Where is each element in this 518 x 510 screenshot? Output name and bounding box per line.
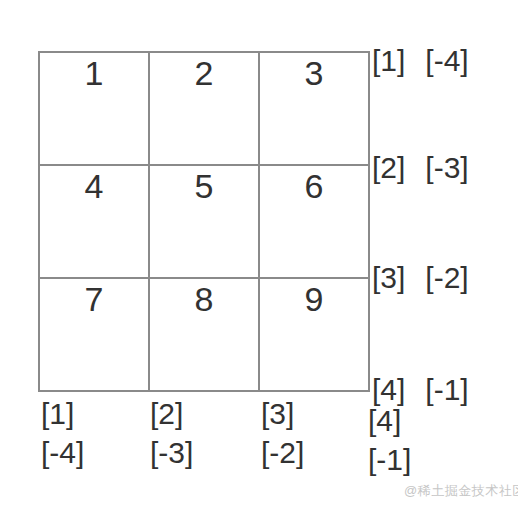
- col-line-1-positive-label: [1]: [41, 394, 84, 433]
- col-line-2-positive-label: [2]: [150, 394, 193, 433]
- col-line-3-positive-label: [3]: [261, 394, 304, 433]
- grid-cell-r1c2[interactable]: 2: [150, 53, 258, 164]
- grid-board: 1 2 3 4 5 6 7 8 9: [38, 51, 370, 392]
- col-line-label-2: [2] [-3]: [150, 394, 193, 472]
- row-line-2-positive-label: [2]: [372, 152, 405, 184]
- row-line-2-negative-label: [-3]: [425, 152, 468, 184]
- grid-cell-r2c3[interactable]: 6: [260, 166, 368, 277]
- col-line-2-negative-label: [-3]: [150, 433, 193, 472]
- grid-cell-r1c3[interactable]: 3: [260, 53, 368, 164]
- col-line-3-negative-label: [-2]: [261, 433, 304, 472]
- col-line-1-negative-label: [-4]: [41, 433, 84, 472]
- grid-cell-r3c2[interactable]: 8: [150, 279, 258, 390]
- row-line-label-3: [3] [-2]: [372, 262, 469, 294]
- grid-cell-r3c3[interactable]: 9: [260, 279, 368, 390]
- col-line-label-3: [3] [-2]: [261, 394, 304, 472]
- row-line-4-negative-label: [-1]: [425, 374, 468, 406]
- col-line-4-negative-label: [-1]: [368, 440, 411, 479]
- row-line-3-negative-label: [-2]: [425, 262, 468, 294]
- grid-cell-r2c1[interactable]: 4: [40, 166, 148, 277]
- row-line-1-positive-label: [1]: [372, 45, 405, 77]
- col-line-4-positive-label: [4]: [368, 401, 411, 440]
- grid-cell-r2c2[interactable]: 5: [150, 166, 258, 277]
- row-line-1-negative-label: [-4]: [425, 45, 468, 77]
- col-line-label-4: [4] [-1]: [368, 401, 411, 479]
- grid-cell-r1c1[interactable]: 1: [40, 53, 148, 164]
- row-line-label-2: [2] [-3]: [372, 152, 469, 184]
- col-line-label-1: [1] [-4]: [41, 394, 84, 472]
- watermark: @稀土掘金技术社区: [404, 482, 518, 500]
- grid-diagram: 1 2 3 4 5 6 7 8 9 [1] [-4] [2] [-3] [3] …: [0, 0, 518, 510]
- grid-cell-r3c1[interactable]: 7: [40, 279, 148, 390]
- row-line-label-1: [1] [-4]: [372, 45, 469, 77]
- row-line-3-positive-label: [3]: [372, 262, 405, 294]
